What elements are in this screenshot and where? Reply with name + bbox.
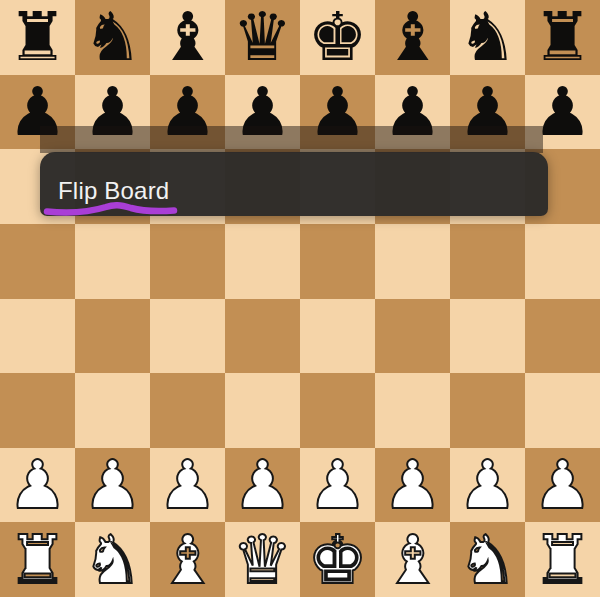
square-g5[interactable]: [450, 224, 525, 299]
square-h1[interactable]: ♜: [525, 522, 600, 597]
square-g3[interactable]: [450, 373, 525, 448]
piece-white-rook[interactable]: ♜: [7, 523, 67, 597]
piece-white-bishop[interactable]: ♝: [382, 523, 442, 597]
piece-white-king[interactable]: ♚: [307, 523, 367, 597]
square-g8[interactable]: ♞: [450, 0, 525, 75]
square-d1[interactable]: ♛: [225, 522, 300, 597]
square-f2[interactable]: ♟: [375, 448, 450, 523]
square-g4[interactable]: [450, 299, 525, 374]
square-f3[interactable]: [375, 373, 450, 448]
menu-item-flip-board[interactable]: Flip Board: [58, 179, 169, 203]
square-e5[interactable]: [300, 224, 375, 299]
square-h3[interactable]: [525, 373, 600, 448]
piece-white-bishop[interactable]: ♝: [157, 523, 217, 597]
square-f5[interactable]: [375, 224, 450, 299]
square-a4[interactable]: [0, 299, 75, 374]
piece-white-rook[interactable]: ♜: [532, 523, 592, 597]
square-c8[interactable]: ♝: [150, 0, 225, 75]
piece-black-rook[interactable]: ♜: [532, 0, 592, 74]
square-b1[interactable]: ♞: [75, 522, 150, 597]
square-d5[interactable]: [225, 224, 300, 299]
piece-black-bishop[interactable]: ♝: [382, 0, 442, 74]
square-b5[interactable]: [75, 224, 150, 299]
piece-black-knight[interactable]: ♞: [457, 0, 517, 74]
square-a8[interactable]: ♜: [0, 0, 75, 75]
context-menu: Flip Board: [40, 152, 548, 216]
chess-app-screen: ♜♞♝♛♚♝♞♜♟♟♟♟♟♟♟♟♟♟♟♟♟♟♟♟♜♞♝♛♚♝♞♜ Flip Bo…: [0, 0, 600, 597]
square-b4[interactable]: [75, 299, 150, 374]
square-c1[interactable]: ♝: [150, 522, 225, 597]
piece-white-pawn[interactable]: ♟: [7, 448, 67, 522]
square-d3[interactable]: [225, 373, 300, 448]
square-g2[interactable]: ♟: [450, 448, 525, 523]
square-e3[interactable]: [300, 373, 375, 448]
square-c4[interactable]: [150, 299, 225, 374]
piece-white-queen[interactable]: ♛: [232, 523, 292, 597]
square-a5[interactable]: [0, 224, 75, 299]
square-e4[interactable]: [300, 299, 375, 374]
piece-white-pawn[interactable]: ♟: [457, 448, 517, 522]
piece-white-pawn[interactable]: ♟: [532, 448, 592, 522]
square-f1[interactable]: ♝: [375, 522, 450, 597]
menu-shadow-overlay: [40, 126, 543, 153]
square-d4[interactable]: [225, 299, 300, 374]
piece-white-pawn[interactable]: ♟: [382, 448, 442, 522]
square-b2[interactable]: ♟: [75, 448, 150, 523]
chess-board: ♜♞♝♛♚♝♞♜♟♟♟♟♟♟♟♟♟♟♟♟♟♟♟♟♜♞♝♛♚♝♞♜: [0, 0, 600, 597]
square-c2[interactable]: ♟: [150, 448, 225, 523]
square-e1[interactable]: ♚: [300, 522, 375, 597]
square-g1[interactable]: ♞: [450, 522, 525, 597]
piece-white-pawn[interactable]: ♟: [82, 448, 142, 522]
square-h8[interactable]: ♜: [525, 0, 600, 75]
square-h4[interactable]: [525, 299, 600, 374]
piece-black-knight[interactable]: ♞: [82, 0, 142, 74]
square-c5[interactable]: [150, 224, 225, 299]
piece-white-pawn[interactable]: ♟: [157, 448, 217, 522]
square-a3[interactable]: [0, 373, 75, 448]
piece-black-rook[interactable]: ♜: [7, 0, 67, 74]
square-b3[interactable]: [75, 373, 150, 448]
square-d8[interactable]: ♛: [225, 0, 300, 75]
square-f4[interactable]: [375, 299, 450, 374]
square-h5[interactable]: [525, 224, 600, 299]
piece-white-knight[interactable]: ♞: [457, 523, 517, 597]
square-e2[interactable]: ♟: [300, 448, 375, 523]
square-e8[interactable]: ♚: [300, 0, 375, 75]
piece-white-knight[interactable]: ♞: [82, 523, 142, 597]
square-c3[interactable]: [150, 373, 225, 448]
piece-black-queen[interactable]: ♛: [232, 0, 292, 74]
square-b8[interactable]: ♞: [75, 0, 150, 75]
piece-white-pawn[interactable]: ♟: [307, 448, 367, 522]
square-a2[interactable]: ♟: [0, 448, 75, 523]
square-a1[interactable]: ♜: [0, 522, 75, 597]
square-f8[interactable]: ♝: [375, 0, 450, 75]
piece-black-bishop[interactable]: ♝: [157, 0, 217, 74]
piece-black-king[interactable]: ♚: [307, 0, 367, 74]
square-h2[interactable]: ♟: [525, 448, 600, 523]
piece-white-pawn[interactable]: ♟: [232, 448, 292, 522]
square-d2[interactable]: ♟: [225, 448, 300, 523]
